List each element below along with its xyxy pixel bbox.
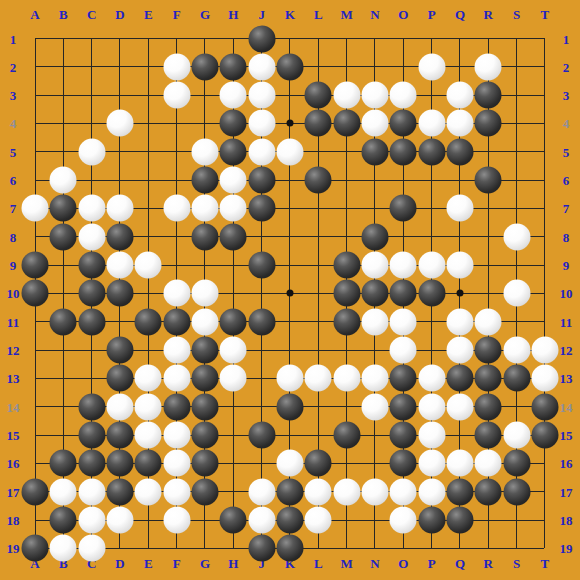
black-stone-Q17[interactable] [446,478,473,505]
black-stone-J6[interactable] [248,167,275,194]
black-stone-D13[interactable] [106,365,133,392]
black-stone-T15[interactable] [531,422,558,449]
white-stone-K13[interactable] [276,365,303,392]
black-stone-N8[interactable] [361,223,388,250]
white-stone-H3[interactable] [220,82,247,109]
black-stone-G12[interactable] [191,337,218,364]
white-stone-Q11[interactable] [446,308,473,335]
row-label-right-4: 4 [563,117,570,130]
white-stone-P14[interactable] [418,393,445,420]
col-label-top-P: P [428,8,436,21]
white-stone-J5[interactable] [248,138,275,165]
col-label-top-G: G [200,8,210,21]
col-label-bottom-H: H [228,557,238,570]
row-label-left-13: 13 [7,372,20,385]
black-stone-G14[interactable] [191,393,218,420]
white-stone-O17[interactable] [390,478,417,505]
black-stone-L3[interactable] [305,82,332,109]
row-label-right-16: 16 [560,457,573,470]
white-stone-J17[interactable] [248,478,275,505]
black-stone-M10[interactable] [333,280,360,307]
black-stone-K19[interactable] [276,535,303,562]
white-stone-C18[interactable] [78,507,105,534]
col-label-top-K: K [285,8,295,21]
row-label-left-17: 17 [7,485,20,498]
white-stone-C5[interactable] [78,138,105,165]
black-stone-P10[interactable] [418,280,445,307]
col-label-bottom-L: L [314,557,323,570]
black-stone-R17[interactable] [475,478,502,505]
white-stone-M17[interactable] [333,478,360,505]
black-stone-B11[interactable] [50,308,77,335]
black-stone-C9[interactable] [78,252,105,279]
black-stone-G16[interactable] [191,450,218,477]
black-stone-M9[interactable] [333,252,360,279]
black-stone-D16[interactable] [106,450,133,477]
white-stone-P4[interactable] [418,110,445,137]
col-label-top-L: L [314,8,323,21]
white-stone-D9[interactable] [106,252,133,279]
white-stone-P9[interactable] [418,252,445,279]
black-stone-J7[interactable] [248,195,275,222]
white-stone-F12[interactable] [163,337,190,364]
col-label-top-D: D [115,8,124,21]
white-stone-T12[interactable] [531,337,558,364]
col-label-top-B: B [59,8,68,21]
grid-vline-T [544,38,545,548]
white-stone-J18[interactable] [248,507,275,534]
white-stone-F16[interactable] [163,450,190,477]
row-label-right-17: 17 [560,485,573,498]
white-stone-H7[interactable] [220,195,247,222]
black-stone-L16[interactable] [305,450,332,477]
black-stone-H4[interactable] [220,110,247,137]
row-label-right-15: 15 [560,429,573,442]
black-stone-J9[interactable] [248,252,275,279]
white-stone-S12[interactable] [503,337,530,364]
white-stone-F2[interactable] [163,53,190,80]
black-stone-K2[interactable] [276,53,303,80]
white-stone-N9[interactable] [361,252,388,279]
white-stone-N13[interactable] [361,365,388,392]
black-stone-R6[interactable] [475,167,502,194]
white-stone-J4[interactable] [248,110,275,137]
black-stone-G15[interactable] [191,422,218,449]
row-label-left-16: 16 [7,457,20,470]
row-label-left-10: 10 [7,287,20,300]
black-stone-O7[interactable] [390,195,417,222]
white-stone-H12[interactable] [220,337,247,364]
col-label-bottom-E: E [144,557,153,570]
black-stone-C14[interactable] [78,393,105,420]
black-stone-O15[interactable] [390,422,417,449]
black-stone-Q5[interactable] [446,138,473,165]
black-stone-O5[interactable] [390,138,417,165]
row-label-left-3: 3 [10,89,17,102]
black-stone-H18[interactable] [220,507,247,534]
white-stone-A7[interactable] [22,195,49,222]
black-stone-M11[interactable] [333,308,360,335]
col-label-bottom-P: P [428,557,436,570]
white-stone-O12[interactable] [390,337,417,364]
white-stone-Q14[interactable] [446,393,473,420]
black-stone-L4[interactable] [305,110,332,137]
row-label-left-18: 18 [7,514,20,527]
black-stone-A10[interactable] [22,280,49,307]
col-label-top-Q: Q [455,8,465,21]
white-stone-O9[interactable] [390,252,417,279]
white-stone-S15[interactable] [503,422,530,449]
white-stone-Q16[interactable] [446,450,473,477]
star-point-K4 [286,120,293,127]
white-stone-N17[interactable] [361,478,388,505]
white-stone-F15[interactable] [163,422,190,449]
black-stone-C16[interactable] [78,450,105,477]
black-stone-D15[interactable] [106,422,133,449]
white-stone-N11[interactable] [361,308,388,335]
white-stone-L17[interactable] [305,478,332,505]
row-label-left-2: 2 [10,60,17,73]
row-label-right-10: 10 [560,287,573,300]
black-stone-A17[interactable] [22,478,49,505]
white-stone-F17[interactable] [163,478,190,505]
black-stone-L6[interactable] [305,167,332,194]
black-stone-G17[interactable] [191,478,218,505]
row-label-right-3: 3 [563,89,570,102]
white-stone-R16[interactable] [475,450,502,477]
white-stone-K16[interactable] [276,450,303,477]
black-stone-B8[interactable] [50,223,77,250]
black-stone-D8[interactable] [106,223,133,250]
white-stone-C17[interactable] [78,478,105,505]
row-label-left-19: 19 [7,542,20,555]
black-stone-O13[interactable] [390,365,417,392]
row-label-right-5: 5 [563,145,570,158]
white-stone-D18[interactable] [106,507,133,534]
row-label-right-14: 14 [560,400,573,413]
row-label-left-8: 8 [10,230,17,243]
col-label-bottom-N: N [370,557,379,570]
black-stone-J15[interactable] [248,422,275,449]
col-label-bottom-Q: Q [455,557,465,570]
black-stone-C15[interactable] [78,422,105,449]
col-label-bottom-F: F [173,557,181,570]
black-stone-M15[interactable] [333,422,360,449]
white-stone-F10[interactable] [163,280,190,307]
white-stone-Q3[interactable] [446,82,473,109]
black-stone-R14[interactable] [475,393,502,420]
go-board[interactable]: AABBCCDDEEFFGGHHJJKKLLMMNNOOPPQQRRSSTT11… [0,0,580,580]
white-stone-B17[interactable] [50,478,77,505]
col-label-bottom-D: D [115,557,124,570]
white-stone-T13[interactable] [531,365,558,392]
white-stone-M3[interactable] [333,82,360,109]
row-label-right-12: 12 [560,344,573,357]
white-stone-N3[interactable] [361,82,388,109]
row-label-right-2: 2 [563,60,570,73]
black-stone-N10[interactable] [361,280,388,307]
col-label-top-O: O [398,8,408,21]
white-stone-G5[interactable] [191,138,218,165]
row-label-left-7: 7 [10,202,17,215]
white-stone-Q7[interactable] [446,195,473,222]
black-stone-J19[interactable] [248,535,275,562]
row-label-left-4: 4 [10,117,17,130]
black-stone-J1[interactable] [248,25,275,52]
white-stone-M13[interactable] [333,365,360,392]
white-stone-E14[interactable] [135,393,162,420]
black-stone-G6[interactable] [191,167,218,194]
white-stone-N4[interactable] [361,110,388,137]
row-label-left-1: 1 [10,32,17,45]
black-stone-O14[interactable] [390,393,417,420]
black-stone-G2[interactable] [191,53,218,80]
white-stone-P2[interactable] [418,53,445,80]
white-stone-L18[interactable] [305,507,332,534]
white-stone-F13[interactable] [163,365,190,392]
col-label-bottom-S: S [513,557,520,570]
white-stone-F3[interactable] [163,82,190,109]
black-stone-D17[interactable] [106,478,133,505]
black-stone-B16[interactable] [50,450,77,477]
white-stone-G11[interactable] [191,308,218,335]
white-stone-G10[interactable] [191,280,218,307]
white-stone-J3[interactable] [248,82,275,109]
col-label-top-E: E [144,8,153,21]
row-label-left-9: 9 [10,259,17,272]
white-stone-E9[interactable] [135,252,162,279]
white-stone-D4[interactable] [106,110,133,137]
black-stone-K18[interactable] [276,507,303,534]
white-stone-N14[interactable] [361,393,388,420]
row-label-right-8: 8 [563,230,570,243]
col-label-top-C: C [87,8,96,21]
black-stone-H5[interactable] [220,138,247,165]
star-point-Q10 [456,290,463,297]
row-label-left-15: 15 [7,429,20,442]
white-stone-C8[interactable] [78,223,105,250]
star-point-K10 [286,290,293,297]
white-stone-Q4[interactable] [446,110,473,137]
white-stone-P17[interactable] [418,478,445,505]
black-stone-O16[interactable] [390,450,417,477]
black-stone-A9[interactable] [22,252,49,279]
col-label-top-R: R [484,8,493,21]
white-stone-E17[interactable] [135,478,162,505]
black-stone-R3[interactable] [475,82,502,109]
row-label-right-1: 1 [563,32,570,45]
black-stone-B18[interactable] [50,507,77,534]
white-stone-O3[interactable] [390,82,417,109]
black-stone-R4[interactable] [475,110,502,137]
white-stone-C19[interactable] [78,535,105,562]
black-stone-H11[interactable] [220,308,247,335]
white-stone-S10[interactable] [503,280,530,307]
white-stone-P13[interactable] [418,365,445,392]
white-stone-B19[interactable] [50,535,77,562]
black-stone-C11[interactable] [78,308,105,335]
white-stone-D7[interactable] [106,195,133,222]
black-stone-P18[interactable] [418,507,445,534]
white-stone-R11[interactable] [475,308,502,335]
col-label-top-J: J [258,8,265,21]
black-stone-Q18[interactable] [446,507,473,534]
black-stone-B7[interactable] [50,195,77,222]
col-label-top-N: N [370,8,379,21]
white-stone-E13[interactable] [135,365,162,392]
black-stone-R12[interactable] [475,337,502,364]
black-stone-E11[interactable] [135,308,162,335]
go-app-window: AABBCCDDEEFFGGHHJJKKLLMMNNOOPPQQRRSSTT11… [0,0,580,580]
black-stone-Q13[interactable] [446,365,473,392]
col-label-bottom-R: R [484,557,493,570]
black-stone-K17[interactable] [276,478,303,505]
white-stone-G7[interactable] [191,195,218,222]
black-stone-R13[interactable] [475,365,502,392]
row-label-left-14: 14 [7,400,20,413]
black-stone-D12[interactable] [106,337,133,364]
white-stone-J2[interactable] [248,53,275,80]
black-stone-F11[interactable] [163,308,190,335]
row-label-left-6: 6 [10,174,17,187]
col-label-top-F: F [173,8,181,21]
row-label-right-7: 7 [563,202,570,215]
black-stone-K14[interactable] [276,393,303,420]
white-stone-C7[interactable] [78,195,105,222]
black-stone-O10[interactable] [390,280,417,307]
row-label-left-5: 5 [10,145,17,158]
black-stone-G8[interactable] [191,223,218,250]
black-stone-G13[interactable] [191,365,218,392]
white-stone-H6[interactable] [220,167,247,194]
white-stone-H13[interactable] [220,365,247,392]
row-label-right-9: 9 [563,259,570,272]
black-stone-N5[interactable] [361,138,388,165]
white-stone-Q9[interactable] [446,252,473,279]
black-stone-S16[interactable] [503,450,530,477]
white-stone-E15[interactable] [135,422,162,449]
row-label-right-6: 6 [563,174,570,187]
black-stone-R15[interactable] [475,422,502,449]
white-stone-Q12[interactable] [446,337,473,364]
white-stone-K5[interactable] [276,138,303,165]
col-label-bottom-G: G [200,557,210,570]
col-label-top-M: M [340,8,352,21]
col-label-top-H: H [228,8,238,21]
black-stone-E16[interactable] [135,450,162,477]
col-label-top-S: S [513,8,520,21]
white-stone-F18[interactable] [163,507,190,534]
white-stone-D14[interactable] [106,393,133,420]
col-label-top-T: T [541,8,550,21]
black-stone-C10[interactable] [78,280,105,307]
black-stone-P5[interactable] [418,138,445,165]
white-stone-R2[interactable] [475,53,502,80]
white-stone-B6[interactable] [50,167,77,194]
col-label-bottom-T: T [541,557,550,570]
white-stone-S8[interactable] [503,223,530,250]
row-label-left-11: 11 [7,315,19,328]
white-stone-L13[interactable] [305,365,332,392]
black-stone-J11[interactable] [248,308,275,335]
black-stone-S17[interactable] [503,478,530,505]
white-stone-F7[interactable] [163,195,190,222]
white-stone-O11[interactable] [390,308,417,335]
black-stone-M4[interactable] [333,110,360,137]
row-label-right-18: 18 [560,514,573,527]
row-label-right-13: 13 [560,372,573,385]
black-stone-H8[interactable] [220,223,247,250]
black-stone-O4[interactable] [390,110,417,137]
row-label-right-11: 11 [560,315,572,328]
black-stone-F14[interactable] [163,393,190,420]
black-stone-S13[interactable] [503,365,530,392]
col-label-bottom-O: O [398,557,408,570]
black-stone-D10[interactable] [106,280,133,307]
white-stone-P16[interactable] [418,450,445,477]
black-stone-H2[interactable] [220,53,247,80]
row-label-right-19: 19 [560,542,573,555]
white-stone-O18[interactable] [390,507,417,534]
row-label-left-12: 12 [7,344,20,357]
black-stone-T14[interactable] [531,393,558,420]
col-label-bottom-M: M [340,557,352,570]
col-label-top-A: A [30,8,39,21]
white-stone-P15[interactable] [418,422,445,449]
black-stone-A19[interactable] [22,535,49,562]
